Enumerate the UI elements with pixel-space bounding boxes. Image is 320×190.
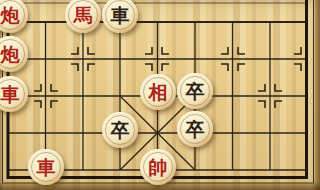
piece-glyph: 卒 xyxy=(186,120,205,139)
piece-glyph: 卒 xyxy=(186,82,205,101)
piece-glyph: 卒 xyxy=(111,121,130,140)
piece-black-soldier-2[interactable]: 卒 xyxy=(102,112,138,148)
piece-glyph: 車 xyxy=(37,158,56,177)
piece-red-chariot-2[interactable]: 車 xyxy=(28,149,64,185)
piece-glyph: 車 xyxy=(1,85,20,104)
piece-glyph: 相 xyxy=(149,83,168,102)
piece-red-general[interactable]: 帥 xyxy=(140,149,176,185)
piece-red-elephant[interactable]: 相 xyxy=(140,74,176,110)
piece-black-soldier-1[interactable]: 卒 xyxy=(177,73,213,109)
piece-glyph: 馬 xyxy=(74,6,93,25)
piece-glyph: 帥 xyxy=(149,158,168,177)
piece-black-soldier-3[interactable]: 卒 xyxy=(177,111,213,147)
piece-glyph: 車 xyxy=(111,6,130,25)
piece-glyph: 炮 xyxy=(1,6,20,25)
piece-glyph: 炮 xyxy=(1,45,20,64)
xiangqi-board[interactable]: 炮 馬 車 炮 車 相 卒 卒 卒 車 帥 xyxy=(0,0,320,190)
